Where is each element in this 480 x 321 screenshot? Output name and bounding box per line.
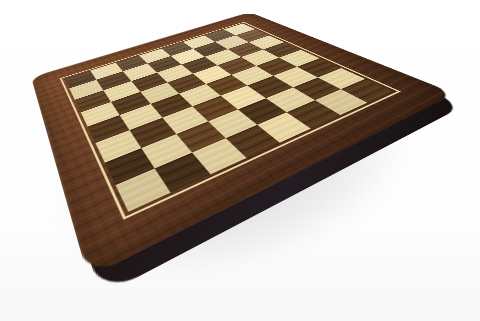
product-photo [0, 0, 480, 321]
